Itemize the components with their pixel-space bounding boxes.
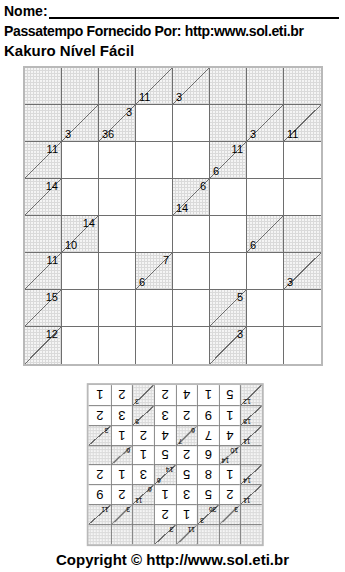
answer-cell: 4: [154, 425, 176, 445]
entry-cell[interactable]: [136, 327, 173, 364]
solution-digit: 2: [118, 488, 125, 501]
across-clue: 11: [243, 496, 250, 504]
copyright-text: Copyright © http://www.sol.eti.br: [4, 551, 341, 568]
answer-cell: 7: [197, 425, 219, 445]
clue-cell: 14: [25, 179, 62, 216]
kakuro-solution-grid: 1133336123111125311162914185614312141062…: [87, 383, 264, 546]
solution-digit: 2: [161, 388, 168, 401]
entry-cell[interactable]: [136, 105, 173, 142]
across-clue: 6: [157, 476, 161, 484]
answer-cell: 2: [154, 504, 176, 524]
answer-cell: 2: [175, 445, 197, 465]
clue-cell: 11: [240, 484, 262, 504]
down-clue: 6: [148, 485, 152, 493]
solution-digit: 1: [140, 449, 147, 462]
across-clue: 12: [243, 397, 251, 405]
entry-cell[interactable]: [210, 216, 247, 253]
across-clue: 3: [126, 106, 132, 118]
block-cell: [62, 68, 99, 105]
block-cell: [25, 68, 62, 105]
solution-digit: 2: [96, 409, 103, 422]
answer-cell: 1: [219, 465, 241, 485]
block-cell: [210, 105, 247, 142]
solution-digit: 4: [161, 429, 168, 442]
kakuro-puzzle-grid: 113333631111116146141410611763155123: [23, 66, 323, 366]
across-clue: 11: [243, 437, 250, 445]
solution-digit: 7: [205, 429, 212, 442]
clue-cell: 116: [210, 142, 247, 179]
clue-cell: 11: [25, 142, 62, 179]
solution-digit: 4: [183, 388, 190, 401]
clue-cell: 11: [25, 253, 62, 290]
clue-cell: 15: [240, 405, 262, 425]
block-cell: [132, 524, 154, 544]
clue-cell: 76: [136, 253, 173, 290]
block-cell: [111, 524, 133, 544]
across-clue: 11: [47, 143, 58, 155]
clue-cell: 3: [111, 504, 133, 524]
entry-cell[interactable]: [99, 290, 136, 327]
answer-cell: 1: [197, 385, 219, 405]
entry-cell[interactable]: [62, 179, 99, 216]
answer-cell: 3: [175, 484, 197, 504]
down-clue: 3: [176, 91, 182, 103]
answer-cell: 4: [219, 425, 241, 445]
page-title: Kakuro Nível Fácil: [4, 42, 341, 59]
across-clue: 15: [243, 417, 251, 425]
down-clue: 3: [105, 426, 109, 434]
clue-cell: 11: [89, 504, 111, 524]
entry-cell[interactable]: [62, 327, 99, 364]
entry-cell[interactable]: [284, 327, 321, 364]
entry-cell[interactable]: [136, 290, 173, 327]
clue-cell: 3: [284, 253, 321, 290]
answer-cell: 2: [154, 385, 176, 405]
clue-cell: 5: [132, 405, 154, 425]
solution-digit: 1: [96, 388, 103, 401]
entry-cell[interactable]: [99, 179, 136, 216]
block-cell: [89, 445, 111, 465]
solution-digit: 1: [226, 469, 233, 482]
down-clue: 3: [287, 276, 293, 288]
clue-cell: 116: [132, 484, 154, 504]
down-clue: 36: [102, 128, 114, 140]
block-cell: [240, 524, 262, 544]
entry-cell[interactable]: [62, 142, 99, 179]
provider-line: Passatempo Fornecido Por: http:www.sol.e…: [4, 23, 341, 39]
block-cell: [284, 216, 321, 253]
answer-cell: 5: [154, 445, 176, 465]
answer-cell: 9: [89, 484, 111, 504]
clue-cell: 3: [210, 327, 247, 364]
down-clue: 6: [191, 426, 195, 434]
down-clue: 11: [287, 128, 298, 140]
block-cell: [25, 105, 62, 142]
solution-digit: 5: [226, 388, 233, 401]
across-clue: 3: [237, 328, 243, 340]
answer-cell: 1: [89, 385, 111, 405]
name-row: Nome:: [4, 2, 341, 19]
clue-cell: 6: [111, 445, 133, 465]
across-clue: 5: [135, 417, 139, 425]
entry-cell[interactable]: [99, 142, 136, 179]
clue-cell: 3: [62, 105, 99, 142]
kakuro-sheet: Nome: Passatempo Fornecido Por: http:www…: [0, 0, 345, 568]
down-clue: 3: [250, 128, 256, 140]
block-cell: [89, 524, 111, 544]
clue-cell: 614: [173, 179, 210, 216]
entry-cell[interactable]: [173, 253, 210, 290]
block-cell: [247, 68, 284, 105]
across-clue: 12: [46, 328, 58, 340]
answer-cell: 3: [132, 465, 154, 485]
across-clue: 14: [243, 476, 251, 484]
across-clue: 14: [83, 217, 95, 229]
clue-cell: 614: [154, 465, 176, 485]
solution-digit: 3: [118, 409, 125, 422]
answer-cell: 2: [89, 405, 111, 425]
down-clue: 3: [65, 128, 71, 140]
block-cell: [284, 68, 321, 105]
solution-digit: 6: [205, 449, 212, 462]
answer-cell: 1: [219, 405, 241, 425]
entry-cell[interactable]: [173, 142, 210, 179]
clue-cell: 3: [247, 105, 284, 142]
block-cell: [219, 524, 241, 544]
block-cell: [240, 445, 262, 465]
solution-digit: 2: [226, 488, 233, 501]
solution-digit: 2: [96, 469, 103, 482]
answer-cell: 5: [175, 465, 197, 485]
across-clue: 6: [200, 180, 206, 192]
solution-digit: 5: [205, 488, 212, 501]
entry-cell[interactable]: [247, 253, 284, 290]
entry-cell[interactable]: [210, 253, 247, 290]
answer-cell: 6: [197, 445, 219, 465]
solution-digit: 3: [161, 409, 168, 422]
clue-cell: 76: [175, 425, 197, 445]
block-cell: [210, 68, 247, 105]
down-clue: 14: [166, 466, 174, 474]
solution-digit: 8: [205, 469, 212, 482]
answer-cell: 2: [89, 465, 111, 485]
entry-cell[interactable]: [284, 179, 321, 216]
answer-cell: 2: [111, 484, 133, 504]
entry-cell[interactable]: [284, 290, 321, 327]
answer-cell: 8: [197, 465, 219, 485]
solution-digit: 1: [226, 409, 233, 422]
clue-cell: 12: [240, 385, 262, 405]
solution-digit: 1: [118, 429, 125, 442]
across-clue: 11: [135, 496, 142, 504]
solution-digit: 2: [140, 429, 147, 442]
entry-cell[interactable]: [136, 216, 173, 253]
entry-cell[interactable]: [284, 142, 321, 179]
clue-cell: 3: [132, 385, 154, 405]
solution-digit: 5: [183, 469, 190, 482]
clue-cell: 1410: [219, 445, 241, 465]
block-cell: [197, 524, 219, 544]
down-clue: 10: [65, 239, 77, 251]
answer-cell: 1: [175, 504, 197, 524]
entry-cell[interactable]: [136, 179, 173, 216]
clue-cell: 336: [197, 504, 219, 524]
clue-cell: 11: [175, 524, 197, 544]
answer-cell: 2: [175, 405, 197, 425]
entry-cell[interactable]: [247, 142, 284, 179]
entry-cell[interactable]: [173, 216, 210, 253]
entry-cell[interactable]: [99, 327, 136, 364]
clue-cell: 5: [210, 290, 247, 327]
clue-cell: 336: [99, 105, 136, 142]
down-clue: 6: [250, 239, 256, 251]
entry-cell[interactable]: [62, 290, 99, 327]
clue-cell: 1410: [62, 216, 99, 253]
down-clue: 6: [213, 165, 219, 177]
across-clue: 3: [200, 516, 204, 524]
across-clue: 14: [222, 457, 230, 465]
answer-cell: 1: [132, 445, 154, 465]
answer-cell: 5: [197, 484, 219, 504]
down-clue: 3: [234, 505, 238, 513]
block-cell: [25, 216, 62, 253]
solution-digit: 1: [183, 508, 190, 521]
down-clue: 3: [169, 525, 173, 533]
answer-cell: 1: [111, 465, 133, 485]
down-clue: 11: [139, 91, 150, 103]
solution-digit: 2: [161, 508, 168, 521]
solution-digit: 9: [96, 488, 103, 501]
clue-cell: 11: [284, 105, 321, 142]
down-clue: 3: [126, 505, 130, 513]
solution-digit: 1: [161, 488, 168, 501]
entry-cell[interactable]: [99, 216, 136, 253]
solution-digit: 5: [161, 449, 168, 462]
down-clue: 6: [126, 446, 130, 454]
solution-digit: 2: [183, 409, 190, 422]
clue-cell: 15: [25, 290, 62, 327]
clue-cell: 11: [136, 68, 173, 105]
clue-cell: 6: [247, 216, 284, 253]
answer-cell: 2: [111, 385, 133, 405]
solution-digit: 3: [140, 469, 147, 482]
clue-cell: 11: [240, 425, 262, 445]
entry-cell[interactable]: [173, 290, 210, 327]
down-clue: 36: [209, 505, 217, 513]
answer-cell: 9: [197, 405, 219, 425]
across-clue: 7: [178, 437, 182, 445]
answer-cell: 1: [111, 425, 133, 445]
across-clue: 5: [237, 291, 243, 303]
block-cell: [132, 504, 154, 524]
block-cell: [99, 68, 136, 105]
clue-cell: 3: [173, 68, 210, 105]
solution-digit: 3: [183, 488, 190, 501]
answer-cell: 3: [111, 405, 133, 425]
answer-cell: 2: [219, 484, 241, 504]
down-clue: 11: [101, 505, 108, 513]
across-clue: 3: [135, 397, 139, 405]
entry-cell[interactable]: [247, 290, 284, 327]
solution-digit: 4: [226, 429, 233, 442]
across-clue: 11: [47, 254, 58, 266]
clue-cell: 3: [219, 504, 241, 524]
across-clue: 14: [46, 180, 58, 192]
solution-digit: 9: [205, 409, 212, 422]
entry-cell[interactable]: [210, 179, 247, 216]
solution-digit: 2: [118, 388, 125, 401]
down-clue: 11: [188, 525, 195, 533]
solution-rotated-wrapper: 1133336123111125311162914185614312141062…: [87, 383, 264, 546]
solution-digit: 2: [183, 449, 190, 462]
across-clue: 11: [232, 143, 243, 155]
answer-cell: 2: [132, 425, 154, 445]
down-clue: 10: [230, 446, 238, 454]
clue-cell: 12: [25, 327, 62, 364]
solution-digit: 1: [118, 469, 125, 482]
down-clue: 6: [139, 276, 145, 288]
clue-cell: 3: [89, 425, 111, 445]
entry-cell[interactable]: [173, 105, 210, 142]
answer-cell: 1: [154, 484, 176, 504]
name-label: Nome:: [4, 3, 48, 19]
answer-cell: 5: [219, 385, 241, 405]
entry-cell[interactable]: [247, 327, 284, 364]
name-blank-line[interactable]: [49, 3, 339, 19]
across-clue: 7: [163, 254, 169, 266]
answer-cell: 4: [175, 385, 197, 405]
down-clue: 14: [176, 202, 188, 214]
clue-cell: 3: [154, 524, 176, 544]
entry-cell[interactable]: [99, 253, 136, 290]
entry-cell[interactable]: [247, 179, 284, 216]
entry-cell[interactable]: [62, 253, 99, 290]
block-cell: [240, 504, 262, 524]
clue-cell: 14: [240, 465, 262, 485]
entry-cell[interactable]: [173, 327, 210, 364]
across-clue: 15: [46, 291, 58, 303]
answer-cell: 3: [154, 405, 176, 425]
entry-cell[interactable]: [136, 142, 173, 179]
solution-digit: 1: [205, 388, 212, 401]
